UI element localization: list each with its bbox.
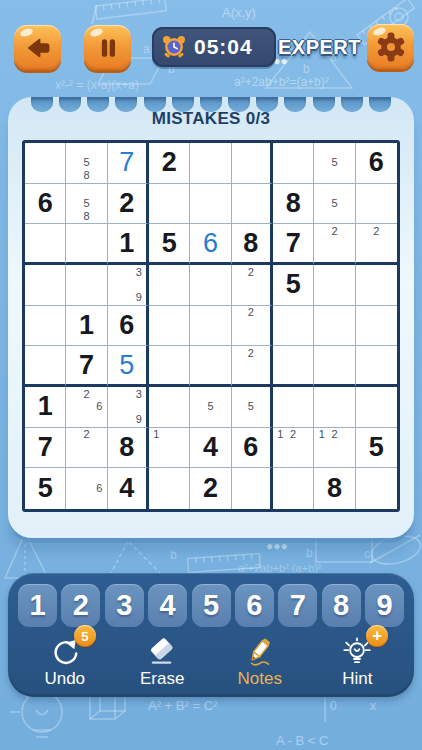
cell-r6c5[interactable] <box>190 346 231 387</box>
note-slot <box>245 359 257 371</box>
given-digit: 8 <box>243 230 258 257</box>
pencil-notes: 5 <box>191 388 229 426</box>
cell-r9c5[interactable]: 2 <box>190 468 231 509</box>
cell-r1c1[interactable] <box>25 143 66 184</box>
cell-r6c7[interactable] <box>273 346 314 387</box>
note-slot <box>341 169 354 182</box>
cell-r2c1[interactable]: 6 <box>25 184 66 225</box>
key-8[interactable]: 8 <box>322 584 361 627</box>
cell-r3c7[interactable]: 7 <box>273 224 314 265</box>
doodle-text: x <box>370 699 376 713</box>
cell-r7c8[interactable] <box>314 387 355 428</box>
cell-r1c2[interactable]: 58 <box>66 143 107 184</box>
note-slot <box>67 441 80 454</box>
cell-r7c7[interactable] <box>273 387 314 428</box>
cell-r7c9[interactable] <box>356 387 397 428</box>
note-slot <box>328 185 341 198</box>
note-slot <box>315 185 328 198</box>
pencil-notes: 12 <box>315 429 353 467</box>
doodle-text: b <box>303 62 310 76</box>
note-slot <box>67 482 80 495</box>
back-arrow-icon <box>22 33 54 63</box>
cell-r8c3[interactable]: 8 <box>108 428 149 469</box>
note-slot <box>191 388 204 401</box>
cell-r1c8[interactable]: 5 <box>314 143 355 184</box>
note-slot <box>245 279 257 292</box>
cell-r2c2[interactable]: 58 <box>66 184 107 225</box>
cell-r5c9[interactable] <box>356 306 397 347</box>
note-slot <box>328 249 341 261</box>
note-slot <box>341 157 354 170</box>
note-slot <box>109 388 121 401</box>
back-button[interactable] <box>14 25 61 70</box>
given-digit: 6 <box>119 312 134 339</box>
note-slot: 6 <box>93 482 106 495</box>
note-slot <box>109 266 121 279</box>
cell-r4c3[interactable]: 39 <box>108 265 149 306</box>
note-slot: 6 <box>93 401 106 414</box>
pencil-notes: 2 <box>67 429 105 467</box>
note-slot <box>257 332 269 345</box>
cell-r9c4[interactable] <box>149 468 190 509</box>
difficulty-label: EXPERT <box>278 36 361 59</box>
cell-r2c7[interactable]: 8 <box>273 184 314 225</box>
note-slot <box>357 249 370 261</box>
note-slot <box>328 237 341 249</box>
note-slot <box>67 469 80 482</box>
note-slot <box>163 429 176 442</box>
doodle-text: a <box>143 42 150 56</box>
note-slot <box>341 210 354 223</box>
note-slot <box>150 441 163 454</box>
pencil-notes: 5 <box>233 388 269 426</box>
key-4[interactable]: 4 <box>148 584 187 627</box>
cell-r6c4[interactable] <box>149 346 190 387</box>
given-digit: 1 <box>79 312 94 339</box>
note-slot <box>274 441 287 454</box>
given-digit: 8 <box>119 434 134 461</box>
pencil-icon <box>245 637 275 667</box>
given-digit: 5 <box>38 475 53 502</box>
note-slot <box>80 413 93 426</box>
note-slot <box>93 413 106 426</box>
cell-r2c3[interactable]: 2 <box>108 184 149 225</box>
timer-value: 05:04 <box>194 35 253 59</box>
pencil-notes: 6 <box>67 469 105 508</box>
cell-r9c6[interactable] <box>232 468 273 509</box>
note-slot <box>341 197 354 210</box>
cell-r3c5[interactable]: 6 <box>190 224 231 265</box>
cell-r2c6[interactable] <box>232 184 273 225</box>
cell-r6c2[interactable]: 7 <box>66 346 107 387</box>
cell-r2c9[interactable] <box>356 184 397 225</box>
doodle-text: x²-² = (x-a)(x+a) <box>55 78 139 92</box>
cell-r3c6[interactable]: 8 <box>232 224 273 265</box>
pencil-notes: 2 <box>357 225 396 261</box>
note-slot <box>370 249 383 261</box>
note-slot <box>67 429 80 442</box>
mistakes-counter: MISTAKES 0/3 <box>8 109 414 129</box>
note-slot <box>80 144 93 157</box>
note-slot <box>245 319 257 332</box>
cell-r5c1[interactable] <box>25 306 66 347</box>
cell-r3c9[interactable]: 2 <box>356 224 397 265</box>
key-2[interactable]: 2 <box>61 584 100 627</box>
cell-r3c4[interactable]: 5 <box>149 224 190 265</box>
given-digit: 1 <box>38 393 53 420</box>
doodle-text: b <box>170 548 177 562</box>
note-slot <box>121 413 133 426</box>
cell-r7c3[interactable]: 39 <box>108 387 149 428</box>
cell-r5c7[interactable] <box>273 306 314 347</box>
cell-r4c9[interactable] <box>356 265 397 306</box>
note-slot <box>357 225 370 237</box>
given-digit: 5 <box>162 230 177 257</box>
note-slot <box>121 388 133 401</box>
note-slot: 2 <box>80 388 93 401</box>
note-slot <box>67 495 80 508</box>
note-slot <box>191 413 204 426</box>
cell-r2c4[interactable] <box>149 184 190 225</box>
note-slot <box>245 413 257 426</box>
cell-r4c5[interactable] <box>190 265 231 306</box>
cell-r6c1[interactable] <box>25 346 66 387</box>
note-slot <box>274 454 287 467</box>
note-slot <box>257 401 269 414</box>
cell-r8c2[interactable]: 2 <box>66 428 107 469</box>
cell-r9c2[interactable]: 6 <box>66 468 107 509</box>
note-slot: 1 <box>150 429 163 442</box>
note-slot <box>80 401 93 414</box>
note-slot <box>176 429 189 442</box>
note-slot <box>67 157 80 170</box>
note-slot <box>328 144 341 157</box>
cell-r8c9[interactable]: 5 <box>356 428 397 469</box>
note-slot <box>341 454 354 467</box>
note-slot <box>67 210 80 223</box>
note-slot <box>315 441 328 454</box>
note-slot <box>67 388 80 401</box>
cell-r7c4[interactable] <box>149 387 190 428</box>
key-5[interactable]: 5 <box>192 584 231 627</box>
note-slot: 5 <box>245 401 257 414</box>
note-slot <box>233 307 245 320</box>
pencil-notes: 26 <box>67 388 105 426</box>
pencil-notes: 2 <box>233 307 269 345</box>
sudoku-grid: 5872566582851568722392516275212639557281… <box>22 140 400 512</box>
number-keypad: 123456789 <box>18 584 404 627</box>
note-slot <box>341 225 354 237</box>
note-slot <box>93 169 106 182</box>
pause-icon <box>94 34 122 62</box>
cell-r8c6[interactable]: 6 <box>232 428 273 469</box>
cell-r3c2[interactable] <box>66 224 107 265</box>
cell-r3c3[interactable]: 1 <box>108 224 149 265</box>
cell-r1c5[interactable] <box>190 143 231 184</box>
note-slot: 2 <box>328 225 341 237</box>
note-slot <box>109 279 121 292</box>
cell-r9c9[interactable] <box>356 468 397 509</box>
note-slot <box>357 237 370 249</box>
note-slot: 5 <box>80 157 93 170</box>
note-slot <box>204 413 217 426</box>
cell-r8c7[interactable]: 12 <box>273 428 314 469</box>
note-slot <box>315 225 328 237</box>
pause-button[interactable] <box>84 25 131 70</box>
pencil-notes: 2 <box>233 266 269 304</box>
cell-r4c2[interactable] <box>66 265 107 306</box>
note-slot <box>233 291 245 304</box>
note-slot <box>163 454 176 467</box>
cell-r6c3[interactable]: 5 <box>108 346 149 387</box>
note-slot <box>315 197 328 210</box>
note-slot <box>109 401 121 414</box>
notes-button[interactable]: Notes <box>211 635 309 689</box>
cell-r5c8[interactable] <box>314 306 355 347</box>
note-slot <box>67 413 80 426</box>
note-slot <box>80 495 93 508</box>
timer-display: 05:04 <box>152 27 276 67</box>
note-slot <box>300 454 313 467</box>
bottom-panel: 123456789 5 Undo <box>8 573 414 697</box>
note-slot <box>287 454 300 467</box>
doodle-text: 0 <box>330 699 337 713</box>
toolbar: 5 Undo Erase <box>16 635 406 689</box>
given-digit: 4 <box>203 434 218 461</box>
cell-r2c8[interactable]: 5 <box>314 184 355 225</box>
note-slot <box>150 454 163 467</box>
note-slot <box>93 185 106 198</box>
given-digit: 2 <box>119 190 134 217</box>
pencil-notes: 5 <box>315 185 353 223</box>
note-slot: 3 <box>133 388 145 401</box>
cell-r6c9[interactable] <box>356 346 397 387</box>
erase-button[interactable]: Erase <box>114 635 212 689</box>
note-slot <box>80 441 93 454</box>
note-slot <box>80 185 93 198</box>
note-slot <box>121 266 133 279</box>
key-9[interactable]: 9 <box>365 584 404 627</box>
given-digit: 7 <box>79 352 94 379</box>
note-slot <box>257 388 269 401</box>
note-slot <box>80 454 93 467</box>
note-slot <box>93 454 106 467</box>
note-slot <box>257 359 269 371</box>
cell-r9c1[interactable]: 5 <box>25 468 66 509</box>
note-slot <box>300 441 313 454</box>
cell-r6c8[interactable] <box>314 346 355 387</box>
cell-r5c6[interactable]: 2 <box>232 306 273 347</box>
note-slot <box>233 319 245 332</box>
note-slot: 1 <box>274 429 287 442</box>
cell-r2c5[interactable] <box>190 184 231 225</box>
cell-r1c9[interactable]: 6 <box>356 143 397 184</box>
note-slot <box>257 266 269 279</box>
cell-r7c2[interactable]: 26 <box>66 387 107 428</box>
cell-r1c7[interactable] <box>273 143 314 184</box>
note-slot <box>383 237 396 249</box>
note-slot <box>257 371 269 383</box>
given-digit: 5 <box>369 434 384 461</box>
cell-r5c5[interactable] <box>190 306 231 347</box>
undo-label: Undo <box>44 669 85 689</box>
key-6[interactable]: 6 <box>235 584 274 627</box>
note-slot: 2 <box>80 429 93 442</box>
cell-r5c4[interactable] <box>149 306 190 347</box>
note-slot <box>315 210 328 223</box>
cell-r4c6[interactable]: 2 <box>232 265 273 306</box>
note-slot <box>109 291 121 304</box>
note-slot: 2 <box>370 225 383 237</box>
given-digit: 4 <box>119 475 134 502</box>
note-slot <box>67 197 80 210</box>
note-slot <box>233 371 245 383</box>
sudoku-board-card: MISTAKES 0/3 587256658285156872239251627… <box>8 97 414 538</box>
note-slot <box>133 401 145 414</box>
undo-button[interactable]: 5 Undo <box>16 635 114 689</box>
key-1[interactable]: 1 <box>18 584 57 627</box>
note-slot <box>93 157 106 170</box>
hint-add-badge: + <box>366 625 388 647</box>
cell-r1c6[interactable] <box>232 143 273 184</box>
note-slot <box>121 401 133 414</box>
pencil-notes: 5 <box>315 144 353 182</box>
pencil-notes: 1 <box>150 429 188 467</box>
cell-r1c4[interactable]: 2 <box>149 143 190 184</box>
sudoku-app-screen: A(x,y)ababx²-² = (x-a)(x+a)a²+2ab+b²=(a+… <box>0 0 422 750</box>
given-digit: 5 <box>286 271 301 298</box>
note-slot <box>93 144 106 157</box>
doodle-text: a²+2ab+b²=(a+b)² <box>234 75 329 89</box>
note-slot <box>176 454 189 467</box>
note-slot: 5 <box>328 197 341 210</box>
note-slot <box>341 249 354 261</box>
doodle-text: A(x,y) <box>222 5 256 20</box>
note-slot <box>315 454 328 467</box>
given-digit: 1 <box>119 230 134 257</box>
key-7[interactable]: 7 <box>278 584 317 627</box>
note-slot <box>67 185 80 198</box>
cell-r4c8[interactable] <box>314 265 355 306</box>
cell-r6c6[interactable]: 2 <box>232 346 273 387</box>
hint-button[interactable]: + Hint <box>309 635 407 689</box>
note-slot: 9 <box>133 291 145 304</box>
cell-r3c1[interactable] <box>25 224 66 265</box>
cell-r8c1[interactable]: 7 <box>25 428 66 469</box>
given-digit: 7 <box>38 434 53 461</box>
given-digit: 6 <box>369 149 384 176</box>
cell-r5c3[interactable]: 6 <box>108 306 149 347</box>
cell-r9c3[interactable]: 4 <box>108 468 149 509</box>
note-slot: 9 <box>133 413 145 426</box>
cell-r8c8[interactable]: 12 <box>314 428 355 469</box>
note-slot: 2 <box>245 266 257 279</box>
note-slot <box>233 388 245 401</box>
note-slot <box>315 157 328 170</box>
settings-button[interactable] <box>367 24 414 69</box>
note-slot <box>67 169 80 182</box>
note-slot <box>341 185 354 198</box>
cell-r7c1[interactable]: 1 <box>25 387 66 428</box>
note-slot <box>257 347 269 359</box>
cell-r1c3[interactable]: 7 <box>108 143 149 184</box>
note-slot: 8 <box>80 210 93 223</box>
notes-label: Notes <box>238 669 282 689</box>
note-slot <box>245 388 257 401</box>
doodle-text: A - B < C <box>276 733 328 748</box>
given-digit: 8 <box>327 475 342 502</box>
note-slot: 5 <box>80 197 93 210</box>
note-slot <box>383 249 396 261</box>
note-slot <box>217 413 230 426</box>
given-digit: 8 <box>286 190 301 217</box>
note-slot <box>67 401 80 414</box>
note-slot <box>328 454 341 467</box>
note-slot <box>80 469 93 482</box>
note-slot <box>80 482 93 495</box>
given-digit: 2 <box>162 149 177 176</box>
cell-r3c8[interactable]: 2 <box>314 224 355 265</box>
doodle-text: b <box>306 546 313 560</box>
gear-icon <box>374 30 408 64</box>
note-slot <box>233 279 245 292</box>
cell-r9c8[interactable]: 8 <box>314 468 355 509</box>
note-slot <box>257 279 269 292</box>
note-slot <box>67 454 80 467</box>
note-slot <box>217 401 230 414</box>
pencil-notes: 2 <box>315 225 353 261</box>
cell-r5c2[interactable]: 1 <box>66 306 107 347</box>
note-slot: 2 <box>245 307 257 320</box>
note-slot <box>93 429 106 442</box>
note-slot <box>328 169 341 182</box>
note-slot: 5 <box>204 401 217 414</box>
pencil-notes: 12 <box>274 429 312 467</box>
given-digit: 6 <box>38 190 53 217</box>
note-slot <box>233 413 245 426</box>
cell-r4c1[interactable] <box>25 265 66 306</box>
note-slot <box>233 266 245 279</box>
key-3[interactable]: 3 <box>105 584 144 627</box>
cell-r4c7[interactable]: 5 <box>273 265 314 306</box>
cell-r8c5[interactable]: 4 <box>190 428 231 469</box>
note-slot <box>93 197 106 210</box>
cell-r9c7[interactable] <box>273 468 314 509</box>
note-slot: 3 <box>133 266 145 279</box>
pencil-notes: 39 <box>109 388 145 426</box>
user-digit: 6 <box>203 230 218 257</box>
note-slot <box>217 388 230 401</box>
doodle-text: A² + B² = C² <box>148 698 217 713</box>
cell-r7c6[interactable]: 5 <box>232 387 273 428</box>
note-slot: 1 <box>315 429 328 442</box>
doodle-text: c <box>364 547 370 561</box>
note-slot <box>257 413 269 426</box>
note-slot <box>93 495 106 508</box>
note-slot <box>245 371 257 383</box>
cell-r8c4[interactable]: 1 <box>149 428 190 469</box>
note-slot <box>93 441 106 454</box>
cell-r4c4[interactable] <box>149 265 190 306</box>
erase-label: Erase <box>140 669 184 689</box>
note-slot <box>341 441 354 454</box>
note-slot <box>176 441 189 454</box>
given-digit: 2 <box>203 475 218 502</box>
alarm-clock-icon <box>161 34 187 60</box>
pencil-notes: 58 <box>67 144 105 182</box>
note-slot: 2 <box>287 429 300 442</box>
cell-r7c5[interactable]: 5 <box>190 387 231 428</box>
